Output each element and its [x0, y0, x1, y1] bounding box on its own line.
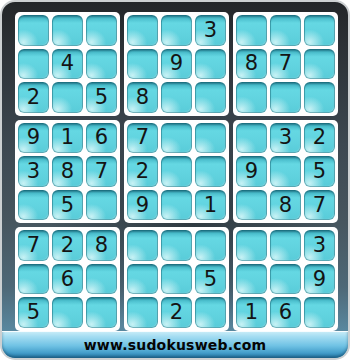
footer-bar: www.sudokusweb.com	[2, 331, 348, 358]
cell-r9c7[interactable]: 1	[236, 297, 267, 328]
cell-r8c1[interactable]	[18, 264, 49, 295]
cell-r1c6[interactable]: 3	[195, 15, 226, 46]
cell-r2c6[interactable]	[195, 49, 226, 80]
cell-r4c2[interactable]: 1	[52, 123, 83, 154]
cell-r7c7[interactable]	[236, 230, 267, 261]
cell-r9c4[interactable]	[127, 297, 158, 328]
box-r0c2: 87	[233, 12, 338, 116]
cell-r3c1[interactable]: 2	[18, 82, 49, 113]
cell-r8c3[interactable]	[86, 264, 117, 295]
box-r1c1: 7291	[124, 120, 229, 224]
cell-r7c3[interactable]: 8	[86, 230, 117, 261]
box-r2c0: 72865	[15, 227, 120, 331]
cell-r7c9[interactable]: 3	[304, 230, 335, 261]
cell-r8c9[interactable]: 9	[304, 264, 335, 295]
cell-r1c2[interactable]	[52, 15, 83, 46]
cell-r9c2[interactable]	[52, 297, 83, 328]
cell-r4c5[interactable]	[161, 123, 192, 154]
cell-r4c6[interactable]	[195, 123, 226, 154]
cell-r6c8[interactable]: 8	[270, 190, 301, 221]
cell-r1c5[interactable]	[161, 15, 192, 46]
sudoku-grid: 425 398 87 9163875 7291 329587 72865 52 …	[15, 12, 338, 331]
box-r2c1: 52	[124, 227, 229, 331]
cell-r4c4[interactable]: 7	[127, 123, 158, 154]
cell-r1c9[interactable]	[304, 15, 335, 46]
cell-r2c5[interactable]: 9	[161, 49, 192, 80]
cell-r3c2[interactable]	[52, 82, 83, 113]
cell-r6c9[interactable]: 7	[304, 190, 335, 221]
cell-r6c4[interactable]: 9	[127, 190, 158, 221]
cell-r1c4[interactable]	[127, 15, 158, 46]
cell-r9c1[interactable]: 5	[18, 297, 49, 328]
site-url: www.sudokusweb.com	[84, 337, 267, 353]
cell-r2c7[interactable]: 8	[236, 49, 267, 80]
cell-r5c6[interactable]	[195, 156, 226, 187]
cell-r9c8[interactable]: 6	[270, 297, 301, 328]
cell-r3c9[interactable]	[304, 82, 335, 113]
box-r1c0: 9163875	[15, 120, 120, 224]
box-r0c0: 425	[15, 12, 120, 116]
cell-r2c9[interactable]	[304, 49, 335, 80]
cell-r8c2[interactable]: 6	[52, 264, 83, 295]
cell-r3c4[interactable]: 8	[127, 82, 158, 113]
cell-r5c4[interactable]: 2	[127, 156, 158, 187]
cell-r8c6[interactable]: 5	[195, 264, 226, 295]
cell-r5c1[interactable]: 3	[18, 156, 49, 187]
cell-r6c5[interactable]	[161, 190, 192, 221]
cell-r6c3[interactable]	[86, 190, 117, 221]
cell-r7c1[interactable]: 7	[18, 230, 49, 261]
cell-r2c3[interactable]	[86, 49, 117, 80]
cell-r5c8[interactable]	[270, 156, 301, 187]
cell-r4c1[interactable]: 9	[18, 123, 49, 154]
cell-r9c6[interactable]	[195, 297, 226, 328]
cell-r8c5[interactable]	[161, 264, 192, 295]
cell-r9c3[interactable]	[86, 297, 117, 328]
box-r0c1: 398	[124, 12, 229, 116]
sudoku-screenshot: 425 398 87 9163875 7291 329587 72865 52 …	[0, 0, 350, 360]
cell-r2c4[interactable]	[127, 49, 158, 80]
cell-r3c3[interactable]: 5	[86, 82, 117, 113]
cell-r8c8[interactable]	[270, 264, 301, 295]
cell-r3c8[interactable]	[270, 82, 301, 113]
cell-r5c9[interactable]: 5	[304, 156, 335, 187]
box-r1c2: 329587	[233, 120, 338, 224]
cell-r6c1[interactable]	[18, 190, 49, 221]
cell-r6c2[interactable]: 5	[52, 190, 83, 221]
cell-r1c1[interactable]	[18, 15, 49, 46]
cell-r6c6[interactable]: 1	[195, 190, 226, 221]
cell-r4c9[interactable]: 2	[304, 123, 335, 154]
cell-r5c5[interactable]	[161, 156, 192, 187]
cell-r2c2[interactable]: 4	[52, 49, 83, 80]
cell-r1c3[interactable]	[86, 15, 117, 46]
cell-r5c2[interactable]: 8	[52, 156, 83, 187]
cell-r2c1[interactable]	[18, 49, 49, 80]
cell-r7c5[interactable]	[161, 230, 192, 261]
cell-r8c4[interactable]	[127, 264, 158, 295]
cell-r2c8[interactable]: 7	[270, 49, 301, 80]
cell-r4c3[interactable]: 6	[86, 123, 117, 154]
cell-r7c8[interactable]	[270, 230, 301, 261]
cell-r1c8[interactable]	[270, 15, 301, 46]
cell-r3c5[interactable]	[161, 82, 192, 113]
cell-r5c3[interactable]: 7	[86, 156, 117, 187]
box-r2c2: 3916	[233, 227, 338, 331]
cell-r7c4[interactable]	[127, 230, 158, 261]
cell-r7c6[interactable]	[195, 230, 226, 261]
cell-r9c9[interactable]	[304, 297, 335, 328]
cell-r1c7[interactable]	[236, 15, 267, 46]
cell-r5c7[interactable]: 9	[236, 156, 267, 187]
cell-r8c7[interactable]	[236, 264, 267, 295]
cell-r7c2[interactable]: 2	[52, 230, 83, 261]
sudoku-board: 425 398 87 9163875 7291 329587 72865 52 …	[0, 0, 350, 360]
cell-r4c7[interactable]	[236, 123, 267, 154]
cell-r6c7[interactable]	[236, 190, 267, 221]
cell-r4c8[interactable]: 3	[270, 123, 301, 154]
cell-r3c6[interactable]	[195, 82, 226, 113]
cell-r9c5[interactable]: 2	[161, 297, 192, 328]
cell-r3c7[interactable]	[236, 82, 267, 113]
